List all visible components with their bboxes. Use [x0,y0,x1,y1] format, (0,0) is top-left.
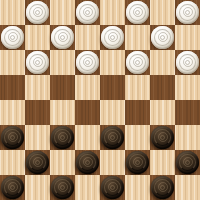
piece-groove-ring-inner [85,60,90,65]
checkers-board [0,0,200,200]
black-checker-piece[interactable] [126,151,149,174]
piece-groove-ring-mid [33,57,43,67]
square-r6c1[interactable] [25,150,50,175]
square-r2c1[interactable] [25,50,50,75]
piece-groove-ring-mid [108,32,118,42]
square-r1c1[interactable] [25,25,50,50]
piece-groove-ring-outer [104,129,121,146]
square-r5c3[interactable] [75,125,100,150]
square-r1c6[interactable] [150,25,175,50]
square-r1c2[interactable] [50,25,75,50]
piece-groove-ring-inner [110,35,115,40]
piece-groove-ring-mid [83,7,93,17]
square-r0c4[interactable] [100,0,125,25]
square-r2c7[interactable] [175,50,200,75]
square-r4c4[interactable] [100,100,125,125]
square-r0c1[interactable] [25,0,50,25]
square-r1c3[interactable] [75,25,100,50]
piece-groove-ring-mid [133,57,143,67]
square-r6c2[interactable] [50,150,75,175]
black-checker-piece[interactable] [101,176,124,199]
piece-groove-ring-outer [54,29,71,46]
black-checker-piece[interactable] [151,126,174,149]
square-r0c2[interactable] [50,0,75,25]
square-r1c4[interactable] [100,25,125,50]
white-checker-piece[interactable] [101,26,124,49]
piece-groove-ring-mid [8,132,18,142]
piece-groove-ring-outer [29,4,46,21]
black-checker-piece[interactable] [51,126,74,149]
square-r4c6[interactable] [150,100,175,125]
square-r4c7[interactable] [175,100,200,125]
square-r5c1[interactable] [25,125,50,150]
square-r7c5[interactable] [125,175,150,200]
piece-groove-ring-outer [154,29,171,46]
square-r1c0[interactable] [0,25,25,50]
piece-groove-ring-mid [133,7,143,17]
piece-groove-ring-inner [10,35,15,40]
black-checker-piece[interactable] [76,151,99,174]
piece-groove-ring-mid [58,32,68,42]
square-r3c3[interactable] [75,75,100,100]
white-checker-piece[interactable] [76,1,99,24]
piece-groove-ring-outer [154,179,171,196]
black-checker-piece[interactable] [101,126,124,149]
square-r2c4[interactable] [100,50,125,75]
piece-groove-ring-mid [8,182,18,192]
white-checker-piece[interactable] [26,1,49,24]
piece-groove-ring-outer [129,54,146,71]
piece-groove-ring-outer [104,29,121,46]
square-r3c6[interactable] [150,75,175,100]
square-r0c6[interactable] [150,0,175,25]
square-r0c7[interactable] [175,0,200,25]
square-r4c2[interactable] [50,100,75,125]
white-checker-piece[interactable] [126,51,149,74]
piece-groove-ring-outer [29,54,46,71]
piece-groove-ring-outer [104,179,121,196]
piece-groove-ring-outer [154,129,171,146]
piece-groove-ring-inner [35,60,40,65]
piece-groove-ring-mid [158,132,168,142]
piece-groove-ring-inner [110,185,115,190]
square-r0c0[interactable] [0,0,25,25]
piece-groove-ring-inner [185,160,190,165]
square-r2c3[interactable] [75,50,100,75]
black-checker-piece[interactable] [51,176,74,199]
piece-groove-ring-inner [135,10,140,15]
square-r6c0[interactable] [0,150,25,175]
piece-groove-ring-mid [108,182,118,192]
square-r4c0[interactable] [0,100,25,125]
square-r5c5[interactable] [125,125,150,150]
piece-groove-ring-mid [58,182,68,192]
square-r6c4[interactable] [100,150,125,175]
square-r5c7[interactable] [175,125,200,150]
black-checker-piece[interactable] [26,151,49,174]
square-r7c7[interactable] [175,175,200,200]
white-checker-piece[interactable] [76,51,99,74]
black-checker-piece[interactable] [176,151,199,174]
square-r7c3[interactable] [75,175,100,200]
white-checker-piece[interactable] [1,26,24,49]
black-checker-piece[interactable] [1,176,24,199]
piece-groove-ring-inner [60,35,65,40]
piece-groove-ring-outer [79,154,96,171]
piece-groove-ring-inner [85,10,90,15]
square-r7c0[interactable] [0,175,25,200]
white-checker-piece[interactable] [126,1,149,24]
piece-groove-ring-inner [160,135,165,140]
piece-groove-ring-mid [33,157,43,167]
square-r7c6[interactable] [150,175,175,200]
piece-groove-ring-outer [54,179,71,196]
piece-groove-ring-mid [183,57,193,67]
piece-groove-ring-outer [129,154,146,171]
piece-groove-ring-mid [108,132,118,142]
piece-groove-ring-inner [60,135,65,140]
piece-groove-ring-outer [179,4,196,21]
piece-groove-ring-inner [160,35,165,40]
square-r3c5[interactable] [125,75,150,100]
square-r2c2[interactable] [50,50,75,75]
square-r7c4[interactable] [100,175,125,200]
piece-groove-ring-mid [83,157,93,167]
piece-groove-ring-mid [58,132,68,142]
piece-groove-ring-mid [183,7,193,17]
piece-groove-ring-outer [29,154,46,171]
square-r5c0[interactable] [0,125,25,150]
piece-groove-ring-inner [10,185,15,190]
piece-groove-ring-outer [79,4,96,21]
piece-groove-ring-outer [179,54,196,71]
white-checker-piece[interactable] [151,26,174,49]
piece-groove-ring-outer [54,129,71,146]
square-r7c2[interactable] [50,175,75,200]
piece-groove-ring-outer [4,129,21,146]
piece-groove-ring-inner [135,60,140,65]
piece-groove-ring-inner [160,185,165,190]
piece-groove-ring-inner [135,160,140,165]
piece-groove-ring-inner [110,135,115,140]
piece-groove-ring-inner [185,60,190,65]
white-checker-piece[interactable] [51,26,74,49]
square-r1c7[interactable] [175,25,200,50]
square-r5c6[interactable] [150,125,175,150]
square-r2c0[interactable] [0,50,25,75]
square-r5c4[interactable] [100,125,125,150]
piece-groove-ring-outer [79,54,96,71]
square-r4c5[interactable] [125,100,150,125]
piece-groove-ring-mid [33,7,43,17]
square-r6c7[interactable] [175,150,200,175]
square-r6c6[interactable] [150,150,175,175]
piece-groove-ring-inner [85,160,90,165]
piece-groove-ring-inner [10,135,15,140]
square-r3c0[interactable] [0,75,25,100]
piece-groove-ring-outer [129,4,146,21]
square-r3c4[interactable] [100,75,125,100]
piece-groove-ring-outer [179,154,196,171]
white-checker-piece[interactable] [176,51,199,74]
white-checker-piece[interactable] [176,1,199,24]
square-r4c3[interactable] [75,100,100,125]
piece-groove-ring-mid [8,32,18,42]
square-r2c6[interactable] [150,50,175,75]
square-r3c7[interactable] [175,75,200,100]
square-r2c5[interactable] [125,50,150,75]
piece-groove-ring-outer [4,29,21,46]
piece-groove-ring-inner [35,10,40,15]
square-r7c1[interactable] [25,175,50,200]
piece-groove-ring-mid [158,32,168,42]
piece-groove-ring-inner [185,10,190,15]
white-checker-piece[interactable] [26,51,49,74]
piece-groove-ring-inner [35,160,40,165]
square-r4c1[interactable] [25,100,50,125]
piece-groove-ring-mid [83,57,93,67]
piece-groove-ring-outer [4,179,21,196]
black-checker-piece[interactable] [1,126,24,149]
square-r6c5[interactable] [125,150,150,175]
square-r3c1[interactable] [25,75,50,100]
square-r1c5[interactable] [125,25,150,50]
square-r3c2[interactable] [50,75,75,100]
square-r0c5[interactable] [125,0,150,25]
black-checker-piece[interactable] [151,176,174,199]
piece-groove-ring-mid [183,157,193,167]
piece-groove-ring-mid [133,157,143,167]
square-r0c3[interactable] [75,0,100,25]
piece-groove-ring-mid [158,182,168,192]
piece-groove-ring-inner [60,185,65,190]
square-r5c2[interactable] [50,125,75,150]
square-r6c3[interactable] [75,150,100,175]
